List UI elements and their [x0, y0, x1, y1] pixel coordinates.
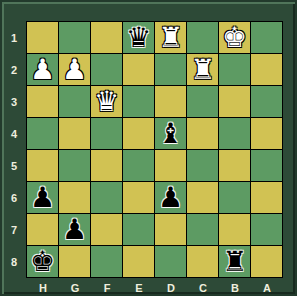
square-c8[interactable] — [187, 246, 218, 277]
square-h8[interactable]: ♚ — [27, 246, 58, 277]
white-pawn: ♟ — [30, 55, 55, 85]
file-labels: H G F E D C B A — [27, 279, 283, 296]
rank-label-1: 1 — [2, 22, 26, 54]
rank-label-5: 5 — [2, 150, 26, 182]
square-a5[interactable] — [251, 150, 282, 181]
square-b8[interactable]: ♜ — [219, 246, 250, 277]
square-g2[interactable]: ♟ — [59, 54, 90, 85]
white-rook: ♜ — [158, 23, 183, 53]
white-queen: ♛ — [94, 87, 119, 117]
square-e8[interactable] — [123, 246, 154, 277]
file-label-d: D — [155, 279, 187, 296]
square-d5[interactable] — [155, 150, 186, 181]
square-f2[interactable] — [91, 54, 122, 85]
square-h1[interactable] — [27, 22, 58, 53]
square-b5[interactable] — [219, 150, 250, 181]
square-d1[interactable]: ♜ — [155, 22, 186, 53]
file-label-f: F — [91, 279, 123, 296]
rank-label-8: 8 — [2, 246, 26, 278]
square-a7[interactable] — [251, 214, 282, 245]
square-b4[interactable] — [219, 118, 250, 149]
square-c6[interactable] — [187, 182, 218, 213]
square-d4[interactable]: ♝ — [155, 118, 186, 149]
rank-label-4: 4 — [2, 118, 26, 150]
square-c4[interactable] — [187, 118, 218, 149]
square-d8[interactable] — [155, 246, 186, 277]
square-b2[interactable] — [219, 54, 250, 85]
black-bishop: ♝ — [158, 119, 183, 149]
white-pawn: ♟ — [62, 55, 87, 85]
square-g4[interactable] — [59, 118, 90, 149]
square-h3[interactable] — [27, 86, 58, 117]
square-a8[interactable] — [251, 246, 282, 277]
white-rook: ♜ — [190, 55, 215, 85]
file-label-a: A — [251, 279, 283, 296]
black-pawn: ♟ — [62, 215, 87, 245]
square-e6[interactable] — [123, 182, 154, 213]
square-f6[interactable] — [91, 182, 122, 213]
square-e1[interactable]: ♛ — [123, 22, 154, 53]
square-d6[interactable]: ♟ — [155, 182, 186, 213]
square-f3[interactable]: ♛ — [91, 86, 122, 117]
square-c5[interactable] — [187, 150, 218, 181]
square-d7[interactable] — [155, 214, 186, 245]
file-label-b: B — [219, 279, 251, 296]
square-e5[interactable] — [123, 150, 154, 181]
rank-label-7: 7 — [2, 214, 26, 246]
square-e2[interactable] — [123, 54, 154, 85]
square-f1[interactable] — [91, 22, 122, 53]
square-h5[interactable] — [27, 150, 58, 181]
black-rook: ♜ — [222, 247, 247, 277]
square-f7[interactable] — [91, 214, 122, 245]
black-queen: ♛ — [126, 23, 151, 53]
rank-label-3: 3 — [2, 86, 26, 118]
square-h6[interactable]: ♟ — [27, 182, 58, 213]
rank-labels: 1 2 3 4 5 6 7 8 — [2, 22, 26, 278]
square-h4[interactable] — [27, 118, 58, 149]
square-f4[interactable] — [91, 118, 122, 149]
square-c7[interactable] — [187, 214, 218, 245]
square-b1[interactable]: ♚ — [219, 22, 250, 53]
black-pawn: ♟ — [158, 183, 183, 213]
square-h2[interactable]: ♟ — [27, 54, 58, 85]
square-b7[interactable] — [219, 214, 250, 245]
square-e7[interactable] — [123, 214, 154, 245]
square-f5[interactable] — [91, 150, 122, 181]
square-g7[interactable]: ♟ — [59, 214, 90, 245]
square-a3[interactable] — [251, 86, 282, 117]
file-label-g: G — [59, 279, 91, 296]
square-g6[interactable] — [59, 182, 90, 213]
square-c2[interactable]: ♜ — [187, 54, 218, 85]
square-d2[interactable] — [155, 54, 186, 85]
square-h7[interactable] — [27, 214, 58, 245]
square-a6[interactable] — [251, 182, 282, 213]
rank-label-2: 2 — [2, 54, 26, 86]
chess-board-frame: 1 2 3 4 5 6 7 8 ♛♜♚♟♟♜♛♝♟♟♟♚♜ H G F E D … — [0, 0, 297, 296]
square-b6[interactable] — [219, 182, 250, 213]
board[interactable]: ♛♜♚♟♟♜♛♝♟♟♟♚♜ — [26, 21, 283, 278]
square-e3[interactable] — [123, 86, 154, 117]
rank-label-6: 6 — [2, 182, 26, 214]
square-d3[interactable] — [155, 86, 186, 117]
square-g1[interactable] — [59, 22, 90, 53]
square-a1[interactable] — [251, 22, 282, 53]
file-label-h: H — [27, 279, 59, 296]
file-label-c: C — [187, 279, 219, 296]
square-b3[interactable] — [219, 86, 250, 117]
black-king: ♚ — [30, 247, 55, 277]
square-g8[interactable] — [59, 246, 90, 277]
square-c1[interactable] — [187, 22, 218, 53]
square-a2[interactable] — [251, 54, 282, 85]
black-pawn: ♟ — [30, 183, 55, 213]
square-f8[interactable] — [91, 246, 122, 277]
square-g5[interactable] — [59, 150, 90, 181]
square-e4[interactable] — [123, 118, 154, 149]
square-g3[interactable] — [59, 86, 90, 117]
square-a4[interactable] — [251, 118, 282, 149]
square-c3[interactable] — [187, 86, 218, 117]
white-king: ♚ — [222, 23, 247, 53]
file-label-e: E — [123, 279, 155, 296]
